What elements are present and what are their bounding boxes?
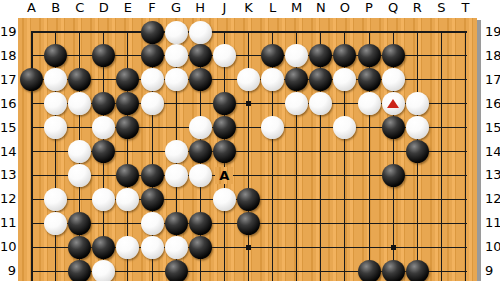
stone-white[interactable] <box>165 21 188 44</box>
stone-black[interactable] <box>406 260 429 281</box>
stone-black[interactable] <box>141 188 164 211</box>
stone-white[interactable] <box>382 68 405 91</box>
stone-white[interactable] <box>213 44 236 67</box>
stone-white[interactable] <box>189 116 212 139</box>
stone-black[interactable] <box>406 140 429 163</box>
row-label: 11 <box>485 216 500 230</box>
stone-white[interactable] <box>165 68 188 91</box>
column-label: S <box>437 1 445 15</box>
column-label: H <box>195 1 205 15</box>
column-label: F <box>148 1 155 15</box>
stone-black[interactable] <box>189 212 212 235</box>
stone-white[interactable] <box>44 68 67 91</box>
board-shadow <box>477 20 481 281</box>
stone-white[interactable] <box>44 92 67 115</box>
stone-white[interactable] <box>165 44 188 67</box>
stone-black[interactable] <box>116 68 139 91</box>
stone-white[interactable] <box>141 212 164 235</box>
row-label: 13 <box>485 168 500 182</box>
row-label: 19 <box>485 25 500 39</box>
row-label: 17 <box>485 73 500 87</box>
stone-black[interactable] <box>382 260 405 281</box>
stone-black[interactable] <box>382 116 405 139</box>
stone-white[interactable] <box>189 21 212 44</box>
stone-white[interactable] <box>92 188 115 211</box>
stone-white[interactable] <box>165 140 188 163</box>
stone-black[interactable] <box>285 68 308 91</box>
row-label: 10 <box>0 240 16 254</box>
stone-black[interactable] <box>237 188 260 211</box>
row-label: 18 <box>485 49 500 63</box>
row-label: 17 <box>0 73 16 87</box>
stone-black[interactable] <box>44 44 67 67</box>
stone-white[interactable] <box>68 164 91 187</box>
stone-white[interactable] <box>261 68 284 91</box>
row-label: 14 <box>485 145 500 159</box>
star-point <box>391 245 396 250</box>
stone-black[interactable] <box>141 164 164 187</box>
column-label: D <box>99 1 109 15</box>
row-label: 19 <box>0 25 16 39</box>
row-label: 12 <box>0 192 16 206</box>
star-point <box>246 101 251 106</box>
column-label: O <box>340 1 350 15</box>
stone-white[interactable] <box>165 236 188 259</box>
stone-white[interactable] <box>141 68 164 91</box>
column-label: Q <box>388 1 398 15</box>
stone-black[interactable] <box>141 44 164 67</box>
triangle-marker <box>387 99 399 108</box>
stone-white[interactable] <box>261 116 284 139</box>
stone-white[interactable] <box>44 188 67 211</box>
column-label: R <box>413 1 422 15</box>
stone-black[interactable] <box>382 164 405 187</box>
stone-white[interactable] <box>309 92 332 115</box>
stone-black[interactable] <box>165 212 188 235</box>
stone-black[interactable] <box>92 44 115 67</box>
stone-white[interactable] <box>44 212 67 235</box>
column-label: T <box>461 1 469 15</box>
stone-black[interactable] <box>189 44 212 67</box>
stone-black[interactable] <box>116 92 139 115</box>
column-label: P <box>365 1 373 15</box>
row-label: 15 <box>485 121 500 135</box>
row-label: 14 <box>0 145 16 159</box>
stone-black[interactable] <box>189 140 212 163</box>
stone-black[interactable] <box>92 140 115 163</box>
row-label: 10 <box>485 240 500 254</box>
stone-black[interactable] <box>213 140 236 163</box>
stone-black[interactable] <box>68 68 91 91</box>
column-label: N <box>316 1 326 15</box>
point-annotation-A[interactable]: A <box>215 167 233 184</box>
stone-black[interactable] <box>141 21 164 44</box>
row-label: 15 <box>0 121 16 135</box>
stone-white[interactable] <box>141 236 164 259</box>
stone-white[interactable] <box>406 92 429 115</box>
column-label: B <box>51 1 60 15</box>
row-label: 13 <box>0 168 16 182</box>
row-label: 18 <box>0 49 16 63</box>
row-label: 9 <box>485 264 493 278</box>
grid-line-horizontal <box>31 31 467 33</box>
column-label: G <box>171 1 181 15</box>
stone-black[interactable] <box>213 116 236 139</box>
stone-black[interactable] <box>261 44 284 67</box>
stone-white[interactable] <box>141 92 164 115</box>
stone-black[interactable] <box>165 260 188 281</box>
column-label: C <box>75 1 84 15</box>
grid-line-vertical <box>441 31 442 281</box>
stone-black[interactable] <box>189 236 212 259</box>
stone-white[interactable] <box>92 116 115 139</box>
stone-black[interactable] <box>358 260 381 281</box>
go-board[interactable]: A <box>18 18 477 281</box>
stone-black[interactable] <box>92 236 115 259</box>
stone-black[interactable] <box>68 260 91 281</box>
stone-white[interactable] <box>165 164 188 187</box>
row-label: 9 <box>0 264 16 278</box>
stone-white[interactable] <box>237 68 260 91</box>
column-label: J <box>222 1 226 15</box>
stone-black[interactable] <box>358 68 381 91</box>
column-label: K <box>244 1 253 15</box>
stone-white[interactable] <box>189 164 212 187</box>
stone-black[interactable] <box>20 68 43 91</box>
stone-white[interactable] <box>285 92 308 115</box>
column-label: M <box>291 1 302 15</box>
stone-black[interactable] <box>189 68 212 91</box>
stone-white[interactable] <box>333 116 356 139</box>
column-label: L <box>269 1 276 15</box>
go-app-window: ABCDEFGHJKLMNOPQRST 19181716151413121110… <box>0 0 500 281</box>
stone-black[interactable] <box>358 44 381 67</box>
stone-black[interactable] <box>237 212 260 235</box>
stone-white[interactable] <box>285 44 308 67</box>
stone-black[interactable] <box>116 164 139 187</box>
stone-white[interactable] <box>92 260 115 281</box>
stone-black[interactable] <box>309 44 332 67</box>
stone-black[interactable] <box>333 44 356 67</box>
row-label: 16 <box>0 97 16 111</box>
row-label: 11 <box>0 216 16 230</box>
stone-black[interactable] <box>116 116 139 139</box>
grid-line-vertical <box>465 31 466 281</box>
star-point <box>246 245 251 250</box>
stone-white[interactable] <box>406 116 429 139</box>
stone-black[interactable] <box>309 68 332 91</box>
stone-black[interactable] <box>92 92 115 115</box>
row-label: 12 <box>485 192 500 206</box>
column-label: A <box>27 1 36 15</box>
stone-black[interactable] <box>68 212 91 235</box>
stone-white[interactable] <box>333 68 356 91</box>
stone-white[interactable] <box>116 236 139 259</box>
row-label: 16 <box>485 97 500 111</box>
stone-white[interactable] <box>213 188 236 211</box>
stone-black[interactable] <box>68 236 91 259</box>
column-label: E <box>124 1 132 15</box>
stone-white[interactable] <box>358 92 381 115</box>
stone-white[interactable] <box>44 116 67 139</box>
stone-black[interactable] <box>382 44 405 67</box>
stone-white[interactable] <box>116 188 139 211</box>
stone-white[interactable] <box>68 140 91 163</box>
stone-white[interactable] <box>68 92 91 115</box>
stone-black[interactable] <box>213 92 236 115</box>
